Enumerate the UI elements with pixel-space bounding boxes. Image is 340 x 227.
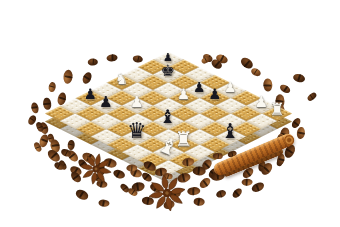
black-pawn-b3[interactable]: ♟ — [99, 95, 113, 110]
pieces-layer: ♟♚♟♟♟♟♜♟♞♝♟♝♟♟♜♛♝ — [0, 0, 340, 227]
white-knight-a5[interactable]: ♞ — [115, 72, 128, 86]
sugar-cube-chess-photo: ♟♚♟♟♟♟♜♟♞♝♟♝♟♟♜♛♝ — [0, 0, 340, 227]
white-pawn-g8[interactable]: ♟ — [254, 95, 268, 110]
white-pawn-d6[interactable]: ♟ — [177, 88, 190, 103]
white-bishop-g2[interactable]: ♝ — [155, 132, 182, 160]
black-bishop-e4[interactable]: ♝ — [160, 107, 177, 126]
black-pawn-a3[interactable]: ♟ — [84, 88, 97, 103]
white-pawn-e8[interactable]: ♟ — [224, 81, 236, 95]
black-king-b7[interactable]: ♚ — [161, 63, 175, 79]
white-rook-h8[interactable]: ♜ — [269, 101, 284, 118]
black-pawn-e7[interactable]: ♟ — [208, 88, 221, 103]
black-bishop-h5[interactable]: ♝ — [221, 121, 239, 141]
black-pawn-d7[interactable]: ♟ — [193, 81, 205, 95]
white-pawn-c4[interactable]: ♟ — [130, 95, 144, 110]
black-queen-e2[interactable]: ♛ — [127, 120, 147, 142]
